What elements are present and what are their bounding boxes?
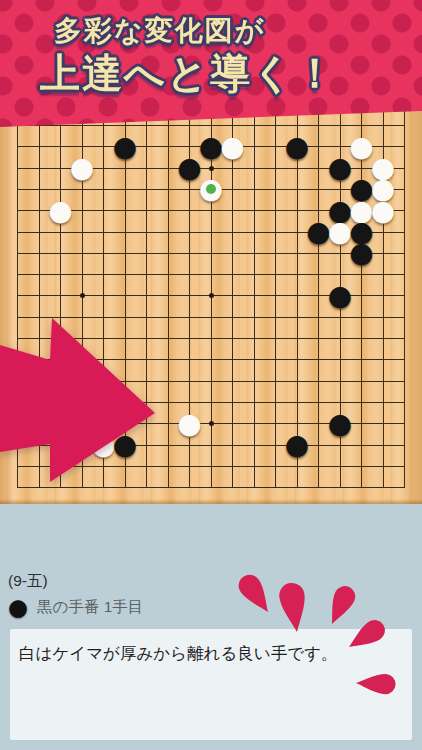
board-point [265, 413, 287, 434]
board-point [157, 136, 179, 157]
board-point [200, 243, 222, 264]
board-point [372, 328, 394, 349]
board-point [265, 392, 287, 413]
board-point [308, 349, 330, 370]
board-point [93, 285, 115, 306]
board-point [222, 243, 244, 264]
board-point: ● [200, 179, 222, 200]
board-point [243, 136, 265, 157]
board-point [308, 413, 330, 434]
board-point [7, 434, 29, 455]
board-point [93, 328, 115, 349]
board-point [71, 456, 93, 477]
board-point [222, 200, 244, 221]
board-point [222, 434, 244, 455]
board-point [50, 349, 72, 370]
board-point [50, 477, 72, 498]
board-point [243, 158, 265, 179]
board-point [50, 264, 72, 285]
board-point [308, 392, 330, 413]
board-point: ● [114, 434, 136, 455]
board-point [50, 243, 72, 264]
board-point [308, 285, 330, 306]
black-stone: ● [328, 410, 352, 438]
board-point [28, 136, 50, 157]
board-point [329, 115, 351, 136]
board-point [351, 477, 373, 498]
star-point [209, 166, 214, 171]
board-point [265, 328, 287, 349]
board-point [114, 307, 136, 328]
board-point [28, 307, 50, 328]
board-point [136, 477, 158, 498]
board-point [93, 136, 115, 157]
board-point [136, 264, 158, 285]
black-stone: ● [285, 431, 309, 459]
board-point: ● [179, 413, 201, 434]
board-point: ● [351, 243, 373, 264]
board-point [243, 349, 265, 370]
board-point [286, 221, 308, 242]
board-point [243, 264, 265, 285]
board-point [28, 456, 50, 477]
banner-line1: 多彩な変化図が [54, 12, 265, 50]
board-point [308, 264, 330, 285]
board-point [71, 392, 93, 413]
board-point [7, 264, 29, 285]
board-point [372, 264, 394, 285]
board-point [114, 392, 136, 413]
board-point [50, 392, 72, 413]
board-point [286, 264, 308, 285]
board-point [28, 285, 50, 306]
board-point [136, 285, 158, 306]
board-point [28, 200, 50, 221]
board-point [179, 371, 201, 392]
board-point [28, 243, 50, 264]
board-point [351, 328, 373, 349]
board-point [200, 371, 222, 392]
board-point [265, 179, 287, 200]
board-point [286, 307, 308, 328]
commentary-box: 白はケイマが厚みから離れる良い手です。 [10, 629, 412, 740]
board-point [394, 371, 416, 392]
board-point [71, 371, 93, 392]
board-point [114, 221, 136, 242]
board-point [243, 285, 265, 306]
board-point [93, 158, 115, 179]
board-point [157, 349, 179, 370]
board-point [93, 264, 115, 285]
board-point [308, 158, 330, 179]
board-point: ● [308, 221, 330, 242]
black-stone: ● [285, 133, 309, 161]
board-point [286, 349, 308, 370]
star-point [80, 293, 85, 298]
board-point [222, 264, 244, 285]
board-point [179, 349, 201, 370]
board-point [372, 307, 394, 328]
black-stone: ● [349, 239, 373, 267]
board-point [394, 200, 416, 221]
board-point [157, 413, 179, 434]
board-point [394, 285, 416, 306]
board-point [114, 371, 136, 392]
board-point [50, 371, 72, 392]
board-point: ● [179, 158, 201, 179]
board-point [179, 264, 201, 285]
board-point [71, 413, 93, 434]
board-point [372, 477, 394, 498]
board-point [93, 179, 115, 200]
board-point [394, 434, 416, 455]
board-point [394, 307, 416, 328]
star-point [209, 293, 214, 298]
board-point [394, 179, 416, 200]
white-stone: ● [220, 133, 244, 161]
board-point [136, 434, 158, 455]
board-point [179, 221, 201, 242]
board-point [7, 200, 29, 221]
board-point [179, 200, 201, 221]
board-point [71, 285, 93, 306]
board-point [329, 456, 351, 477]
board-point [200, 307, 222, 328]
board-point: ● [329, 285, 351, 306]
board-point [136, 307, 158, 328]
board-point [136, 456, 158, 477]
board-point [222, 371, 244, 392]
board-point [157, 456, 179, 477]
board-point [50, 434, 72, 455]
white-stone: ● [371, 197, 395, 225]
board-point [222, 179, 244, 200]
board-point [308, 477, 330, 498]
board-point [222, 349, 244, 370]
board-point [71, 477, 93, 498]
board-point [136, 136, 158, 157]
board-point [157, 392, 179, 413]
board-point [265, 456, 287, 477]
board-point [329, 477, 351, 498]
board-point [157, 285, 179, 306]
board-point [157, 200, 179, 221]
black-stone: ● [113, 431, 137, 459]
board-point [308, 456, 330, 477]
board-point [265, 221, 287, 242]
board-point [222, 392, 244, 413]
board-point [265, 349, 287, 370]
board-point [28, 392, 50, 413]
board-point [265, 285, 287, 306]
go-board: ●●●●●●●●●●●●●●●●●●●●●●●●●● [7, 94, 416, 499]
white-stone: ● [70, 154, 94, 182]
board-point [136, 328, 158, 349]
board-point [136, 349, 158, 370]
board-point [7, 456, 29, 477]
promo-banner: 多彩な変化図が 上達へと導く！ [0, 0, 422, 130]
board-point [351, 413, 373, 434]
board-point [200, 434, 222, 455]
board-point [179, 285, 201, 306]
board-point [200, 285, 222, 306]
board-point [28, 264, 50, 285]
board-point [7, 221, 29, 242]
board-point [50, 158, 72, 179]
board-point [93, 349, 115, 370]
banner-line2: 上達へと導く！ [40, 46, 337, 101]
board-point [157, 477, 179, 498]
board-point [243, 371, 265, 392]
board-point [222, 328, 244, 349]
board-point [243, 434, 265, 455]
board-point [286, 243, 308, 264]
board-point [71, 307, 93, 328]
board-point [28, 477, 50, 498]
board-point [71, 434, 93, 455]
board-point [286, 285, 308, 306]
board-point [7, 307, 29, 328]
board-point: ● [286, 434, 308, 455]
board-point [286, 179, 308, 200]
board-point [179, 243, 201, 264]
board-point [71, 221, 93, 242]
board-point [222, 307, 244, 328]
board-point [157, 307, 179, 328]
board-point [7, 413, 29, 434]
star-point [80, 421, 85, 426]
board-point [394, 221, 416, 242]
board-point [114, 349, 136, 370]
board-point [265, 434, 287, 455]
board-point [372, 434, 394, 455]
board-point [7, 158, 29, 179]
board-point [394, 264, 416, 285]
board-point [71, 243, 93, 264]
board-point [7, 285, 29, 306]
board-point [7, 328, 29, 349]
board-point [243, 221, 265, 242]
board-point [308, 115, 330, 136]
board-point [136, 221, 158, 242]
board-point [265, 158, 287, 179]
board-point [200, 477, 222, 498]
board-point [93, 221, 115, 242]
board-point [351, 307, 373, 328]
board-point [286, 200, 308, 221]
board-point [394, 349, 416, 370]
board-point [93, 477, 115, 498]
board-point [7, 371, 29, 392]
board-point: ● [50, 200, 72, 221]
board-point [372, 371, 394, 392]
black-stone: ● [328, 282, 352, 310]
board-point [351, 371, 373, 392]
black-stone-icon: ● [8, 596, 28, 618]
commentary-text: 白はケイマが厚みから離れる良い手です。 [19, 641, 403, 665]
board-point [28, 179, 50, 200]
board-point [136, 179, 158, 200]
board-point [243, 413, 265, 434]
board-point [157, 371, 179, 392]
board-point [243, 200, 265, 221]
board-point [93, 371, 115, 392]
star-point [209, 421, 214, 426]
board-point [200, 456, 222, 477]
board-point [28, 221, 50, 242]
board-point [308, 434, 330, 455]
board-point [351, 285, 373, 306]
board-point [351, 392, 373, 413]
board-point [200, 328, 222, 349]
board-point [372, 456, 394, 477]
turn-text: 黒の手番 1手目 [37, 597, 143, 618]
board-point [28, 158, 50, 179]
board-point [243, 243, 265, 264]
board-point [265, 200, 287, 221]
board-point [179, 307, 201, 328]
board-point [372, 413, 394, 434]
board-point [157, 434, 179, 455]
board-point [222, 477, 244, 498]
app-screen: ●●●●●●●●●●●●●●●●●●●●●●●●●● 多彩な変化図が 上達へと導… [0, 0, 422, 750]
board-point [329, 328, 351, 349]
board-point [308, 136, 330, 157]
board-point [351, 434, 373, 455]
board-point [50, 456, 72, 477]
board-point [114, 285, 136, 306]
board-point [28, 434, 50, 455]
board-point [157, 158, 179, 179]
board-point [351, 456, 373, 477]
board-point [114, 179, 136, 200]
board-point [394, 328, 416, 349]
board-point [179, 477, 201, 498]
board-point [265, 264, 287, 285]
board-point: ● [351, 136, 373, 157]
board-point [136, 371, 158, 392]
board-point [136, 392, 158, 413]
white-stone: ● [48, 197, 72, 225]
board-point [222, 456, 244, 477]
board-point [286, 392, 308, 413]
board-point [286, 477, 308, 498]
board-point [200, 264, 222, 285]
board-point [7, 392, 29, 413]
board-point [394, 456, 416, 477]
board-point [329, 349, 351, 370]
board-point [351, 349, 373, 370]
board-point [394, 243, 416, 264]
board-point [394, 477, 416, 498]
board-point [243, 392, 265, 413]
board-point: ● [329, 158, 351, 179]
board-point [308, 179, 330, 200]
board-point [157, 264, 179, 285]
board-point [265, 371, 287, 392]
board-point [222, 413, 244, 434]
board-point [7, 136, 29, 157]
board-point: ● [329, 413, 351, 434]
board-point [71, 264, 93, 285]
board-point [372, 285, 394, 306]
board-point [394, 136, 416, 157]
board-point [243, 328, 265, 349]
black-stone: ● [113, 133, 137, 161]
board-point: ● [329, 221, 351, 242]
board-point [179, 456, 201, 477]
board-point [372, 349, 394, 370]
board-point [50, 307, 72, 328]
board-point [372, 115, 394, 136]
board-point [136, 243, 158, 264]
board-point [286, 328, 308, 349]
board-point: ● [200, 136, 222, 157]
board-point [28, 328, 50, 349]
board-point [136, 413, 158, 434]
board-point [7, 179, 29, 200]
board-point [157, 243, 179, 264]
board-point [7, 349, 29, 370]
board-point [71, 200, 93, 221]
board-point [71, 349, 93, 370]
board-point: ● [71, 158, 93, 179]
board-point [308, 328, 330, 349]
board-point [286, 371, 308, 392]
turn-indicator: ● 黒の手番 1手目 [8, 596, 143, 618]
board-point [114, 243, 136, 264]
board-point [136, 158, 158, 179]
board-point [265, 243, 287, 264]
move-coordinate: (9-五) [8, 571, 48, 592]
board-point [222, 285, 244, 306]
board-point [93, 200, 115, 221]
board-point [243, 307, 265, 328]
board-point [114, 264, 136, 285]
board-point [265, 477, 287, 498]
board-point [265, 136, 287, 157]
board-point [394, 413, 416, 434]
board-point [394, 115, 416, 136]
board-point [50, 413, 72, 434]
board-point [114, 200, 136, 221]
board-point [329, 371, 351, 392]
board-point [265, 307, 287, 328]
board-point [28, 349, 50, 370]
board-point [93, 307, 115, 328]
board-point [200, 392, 222, 413]
board-point [136, 200, 158, 221]
board-point [114, 477, 136, 498]
board-point [200, 413, 222, 434]
board-point [308, 307, 330, 328]
board-point [243, 456, 265, 477]
board-point [243, 179, 265, 200]
board-point [243, 477, 265, 498]
board-point [394, 158, 416, 179]
board-point [93, 392, 115, 413]
board-point [50, 328, 72, 349]
white-stone: ● [177, 410, 201, 438]
board-point [222, 221, 244, 242]
board-point: ● [286, 136, 308, 157]
board-point [114, 328, 136, 349]
board-point [28, 413, 50, 434]
board-point [28, 371, 50, 392]
replay-nav-bar: 前の 解説 AUTO 次の 解説 [0, 504, 422, 570]
board-point: ● [222, 136, 244, 157]
board-point [157, 179, 179, 200]
